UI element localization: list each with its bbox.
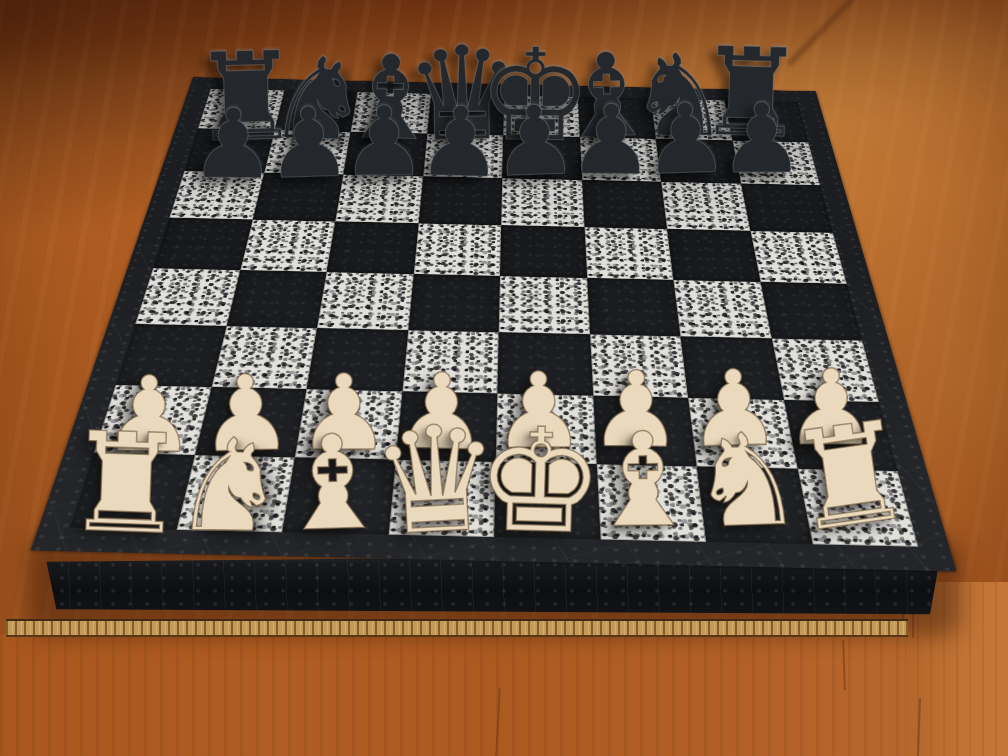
piece-white-rook: ♜ (780, 401, 921, 554)
piece-white-queen: ♛ (367, 404, 505, 557)
piece-black-queen: ♛ (403, 29, 521, 160)
piece-white-pawn: ♟ (685, 356, 782, 463)
piece-black-rook: ♜ (189, 36, 301, 161)
piece-black-bishop: ♝ (553, 37, 660, 156)
pieces-layer: ♜♞♝♛♚♝♞♜♟♟♟♟♟♟♟♟♟♟♟♟♟♟♟♟♜♞♝♛♚♝♞♜ (0, 0, 1008, 756)
piece-black-rook: ♜ (695, 31, 807, 156)
piece-black-knight: ♞ (628, 40, 730, 154)
piece-white-pawn: ♟ (297, 361, 391, 466)
scene: ♜♞♝♛♚♝♞♜♟♟♟♟♟♟♟♟♟♟♟♟♟♟♟♟♜♞♝♛♚♝♞♜ (0, 0, 1008, 756)
piece-white-pawn: ♟ (589, 357, 684, 463)
piece-white-pawn: ♟ (101, 362, 196, 468)
piece-black-pawn: ♟ (642, 91, 731, 190)
piece-black-pawn: ♟ (567, 92, 655, 189)
piece-white-king: ♚ (474, 408, 606, 555)
piece-black-king: ♚ (477, 31, 593, 160)
piece-white-bishop: ♝ (273, 417, 393, 550)
piece-black-pawn: ♟ (341, 95, 427, 191)
piece-black-pawn: ♟ (264, 94, 353, 193)
piece-white-bishop: ♝ (584, 415, 702, 546)
piece-white-pawn: ♟ (393, 359, 490, 466)
piece-black-pawn: ♟ (189, 95, 277, 192)
piece-white-pawn: ♟ (198, 360, 295, 467)
piece-black-knight: ♞ (265, 41, 371, 158)
piece-black-bishop: ♝ (337, 39, 444, 157)
piece-white-pawn: ♟ (784, 356, 878, 461)
piece-white-rook: ♜ (62, 414, 189, 555)
piece-black-pawn: ♟ (415, 93, 504, 192)
piece-black-pawn: ♟ (490, 92, 579, 191)
piece-black-pawn: ♟ (719, 91, 805, 187)
piece-white-pawn: ♟ (491, 358, 586, 464)
piece-white-knight: ♞ (687, 415, 806, 547)
piece-white-knight: ♞ (171, 421, 287, 550)
